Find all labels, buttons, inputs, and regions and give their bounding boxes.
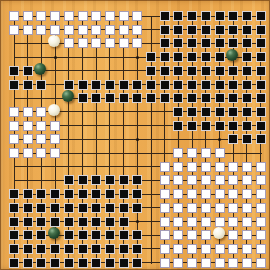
black-territory-marker[interactable] <box>242 134 252 144</box>
black-territory-marker[interactable] <box>105 244 115 254</box>
white-territory-marker[interactable] <box>173 217 183 227</box>
black-territory-marker[interactable] <box>173 52 183 62</box>
black-territory-marker[interactable] <box>132 258 142 268</box>
black-territory-marker[interactable] <box>23 189 33 199</box>
black-territory-marker[interactable] <box>23 217 33 227</box>
black-territory-marker[interactable] <box>64 244 74 254</box>
white-territory-marker[interactable] <box>242 258 252 268</box>
white-territory-marker[interactable] <box>242 162 252 172</box>
white-territory-marker[interactable] <box>119 38 129 48</box>
black-territory-marker[interactable] <box>132 80 142 90</box>
white-territory-marker[interactable] <box>187 162 197 172</box>
white-territory-marker[interactable] <box>215 189 225 199</box>
white-territory-marker[interactable] <box>173 148 183 158</box>
black-territory-marker[interactable] <box>256 25 266 35</box>
white-territory-marker[interactable] <box>256 217 266 227</box>
black-territory-marker[interactable] <box>215 66 225 76</box>
white-territory-marker[interactable] <box>242 189 252 199</box>
black-territory-marker[interactable] <box>119 258 129 268</box>
white-territory-marker[interactable] <box>160 217 170 227</box>
black-territory-marker[interactable] <box>91 244 101 254</box>
white-territory-marker[interactable] <box>23 25 33 35</box>
white-territory-marker[interactable] <box>201 203 211 213</box>
black-territory-marker[interactable] <box>201 11 211 21</box>
black-stone[interactable] <box>34 63 46 75</box>
white-territory-marker[interactable] <box>228 244 238 254</box>
white-territory-marker[interactable] <box>23 107 33 117</box>
black-territory-marker[interactable] <box>187 66 197 76</box>
white-territory-marker[interactable] <box>201 258 211 268</box>
black-territory-marker[interactable] <box>173 107 183 117</box>
black-territory-marker[interactable] <box>228 134 238 144</box>
white-territory-marker[interactable] <box>256 203 266 213</box>
black-territory-marker[interactable] <box>256 107 266 117</box>
black-territory-marker[interactable] <box>242 93 252 103</box>
white-territory-marker[interactable] <box>36 11 46 21</box>
black-territory-marker[interactable] <box>201 66 211 76</box>
white-territory-marker[interactable] <box>201 162 211 172</box>
black-territory-marker[interactable] <box>132 93 142 103</box>
white-territory-marker[interactable] <box>187 189 197 199</box>
black-territory-marker[interactable] <box>173 93 183 103</box>
black-territory-marker[interactable] <box>132 175 142 185</box>
white-territory-marker[interactable] <box>201 175 211 185</box>
black-territory-marker[interactable] <box>256 38 266 48</box>
white-territory-marker[interactable] <box>173 175 183 185</box>
white-territory-marker[interactable] <box>256 162 266 172</box>
black-territory-marker[interactable] <box>36 189 46 199</box>
white-territory-marker[interactable] <box>228 217 238 227</box>
white-territory-marker[interactable] <box>91 25 101 35</box>
black-territory-marker[interactable] <box>119 230 129 240</box>
black-territory-marker[interactable] <box>91 175 101 185</box>
black-stone[interactable] <box>48 227 60 239</box>
white-territory-marker[interactable] <box>9 134 19 144</box>
black-territory-marker[interactable] <box>187 11 197 21</box>
black-territory-marker[interactable] <box>201 93 211 103</box>
white-territory-marker[interactable] <box>160 230 170 240</box>
black-territory-marker[interactable] <box>256 121 266 131</box>
black-territory-marker[interactable] <box>78 217 88 227</box>
white-territory-marker[interactable] <box>50 11 60 21</box>
white-territory-marker[interactable] <box>23 121 33 131</box>
black-territory-marker[interactable] <box>78 258 88 268</box>
black-territory-marker[interactable] <box>256 52 266 62</box>
white-territory-marker[interactable] <box>160 244 170 254</box>
go-board[interactable] <box>0 0 270 270</box>
black-territory-marker[interactable] <box>215 11 225 21</box>
black-territory-marker[interactable] <box>187 38 197 48</box>
black-territory-marker[interactable] <box>119 80 129 90</box>
white-territory-marker[interactable] <box>132 38 142 48</box>
black-territory-marker[interactable] <box>160 11 170 21</box>
black-territory-marker[interactable] <box>215 80 225 90</box>
black-territory-marker[interactable] <box>64 217 74 227</box>
black-territory-marker[interactable] <box>105 203 115 213</box>
black-territory-marker[interactable] <box>105 175 115 185</box>
black-territory-marker[interactable] <box>105 258 115 268</box>
black-territory-marker[interactable] <box>187 25 197 35</box>
white-territory-marker[interactable] <box>242 230 252 240</box>
black-territory-marker[interactable] <box>215 121 225 131</box>
black-territory-marker[interactable] <box>9 217 19 227</box>
white-territory-marker[interactable] <box>215 203 225 213</box>
white-stone[interactable] <box>48 35 60 47</box>
white-territory-marker[interactable] <box>201 217 211 227</box>
black-territory-marker[interactable] <box>256 66 266 76</box>
black-territory-marker[interactable] <box>64 203 74 213</box>
black-territory-marker[interactable] <box>242 107 252 117</box>
black-territory-marker[interactable] <box>242 38 252 48</box>
black-territory-marker[interactable] <box>78 189 88 199</box>
black-territory-marker[interactable] <box>215 25 225 35</box>
black-territory-marker[interactable] <box>160 25 170 35</box>
white-territory-marker[interactable] <box>187 203 197 213</box>
white-territory-marker[interactable] <box>105 25 115 35</box>
white-territory-marker[interactable] <box>160 175 170 185</box>
white-territory-marker[interactable] <box>160 203 170 213</box>
white-territory-marker[interactable] <box>160 189 170 199</box>
black-territory-marker[interactable] <box>23 203 33 213</box>
black-territory-marker[interactable] <box>228 121 238 131</box>
black-territory-marker[interactable] <box>228 107 238 117</box>
black-territory-marker[interactable] <box>64 80 74 90</box>
black-territory-marker[interactable] <box>36 80 46 90</box>
white-territory-marker[interactable] <box>201 189 211 199</box>
black-territory-marker[interactable] <box>146 52 156 62</box>
white-territory-marker[interactable] <box>242 203 252 213</box>
black-territory-marker[interactable] <box>9 66 19 76</box>
hoshi-star-point <box>136 220 139 223</box>
white-territory-marker[interactable] <box>173 203 183 213</box>
white-territory-marker[interactable] <box>9 11 19 21</box>
black-territory-marker[interactable] <box>105 80 115 90</box>
black-territory-marker[interactable] <box>173 80 183 90</box>
white-territory-marker[interactable] <box>215 175 225 185</box>
white-territory-marker[interactable] <box>242 244 252 254</box>
black-territory-marker[interactable] <box>173 11 183 21</box>
black-territory-marker[interactable] <box>91 189 101 199</box>
white-territory-marker[interactable] <box>23 134 33 144</box>
white-territory-marker[interactable] <box>201 148 211 158</box>
black-territory-marker[interactable] <box>9 230 19 240</box>
white-territory-marker[interactable] <box>215 258 225 268</box>
white-territory-marker[interactable] <box>201 230 211 240</box>
white-territory-marker[interactable] <box>160 258 170 268</box>
white-territory-marker[interactable] <box>173 230 183 240</box>
black-territory-marker[interactable] <box>91 93 101 103</box>
white-territory-marker[interactable] <box>132 11 142 21</box>
white-territory-marker[interactable] <box>91 11 101 21</box>
black-territory-marker[interactable] <box>36 244 46 254</box>
black-territory-marker[interactable] <box>215 93 225 103</box>
black-territory-marker[interactable] <box>119 93 129 103</box>
black-territory-marker[interactable] <box>91 80 101 90</box>
black-territory-marker[interactable] <box>23 244 33 254</box>
black-territory-marker[interactable] <box>242 11 252 21</box>
white-territory-marker[interactable] <box>256 189 266 199</box>
white-territory-marker[interactable] <box>105 38 115 48</box>
white-territory-marker[interactable] <box>78 11 88 21</box>
black-territory-marker[interactable] <box>9 80 19 90</box>
white-territory-marker[interactable] <box>50 134 60 144</box>
white-territory-marker[interactable] <box>132 25 142 35</box>
black-stone[interactable] <box>226 49 238 61</box>
black-territory-marker[interactable] <box>119 203 129 213</box>
black-territory-marker[interactable] <box>256 11 266 21</box>
black-territory-marker[interactable] <box>78 93 88 103</box>
white-territory-marker[interactable] <box>36 121 46 131</box>
white-territory-marker[interactable] <box>215 148 225 158</box>
white-territory-marker[interactable] <box>160 162 170 172</box>
black-territory-marker[interactable] <box>228 80 238 90</box>
white-territory-marker[interactable] <box>187 244 197 254</box>
white-territory-marker[interactable] <box>173 258 183 268</box>
white-territory-marker[interactable] <box>119 11 129 21</box>
black-territory-marker[interactable] <box>228 38 238 48</box>
black-territory-marker[interactable] <box>160 66 170 76</box>
white-territory-marker[interactable] <box>23 11 33 21</box>
white-territory-marker[interactable] <box>91 38 101 48</box>
white-territory-marker[interactable] <box>228 189 238 199</box>
black-territory-marker[interactable] <box>78 175 88 185</box>
white-territory-marker[interactable] <box>9 121 19 131</box>
white-territory-marker[interactable] <box>187 258 197 268</box>
black-territory-marker[interactable] <box>228 66 238 76</box>
black-territory-marker[interactable] <box>228 93 238 103</box>
black-territory-marker[interactable] <box>64 230 74 240</box>
black-territory-marker[interactable] <box>242 80 252 90</box>
black-territory-marker[interactable] <box>256 134 266 144</box>
black-territory-marker[interactable] <box>105 93 115 103</box>
black-territory-marker[interactable] <box>119 189 129 199</box>
white-territory-marker[interactable] <box>187 148 197 158</box>
black-territory-marker[interactable] <box>64 189 74 199</box>
black-territory-marker[interactable] <box>187 80 197 90</box>
white-territory-marker[interactable] <box>256 230 266 240</box>
black-stone[interactable] <box>62 90 74 102</box>
white-stone[interactable] <box>213 227 225 239</box>
black-territory-marker[interactable] <box>173 66 183 76</box>
white-territory-marker[interactable] <box>9 107 19 117</box>
black-territory-marker[interactable] <box>201 25 211 35</box>
white-stone[interactable] <box>48 104 60 116</box>
black-territory-marker[interactable] <box>187 121 197 131</box>
black-territory-marker[interactable] <box>160 80 170 90</box>
white-territory-marker[interactable] <box>215 244 225 254</box>
black-territory-marker[interactable] <box>146 66 156 76</box>
black-territory-marker[interactable] <box>64 175 74 185</box>
white-territory-marker[interactable] <box>201 244 211 254</box>
white-territory-marker[interactable] <box>36 107 46 117</box>
black-territory-marker[interactable] <box>91 217 101 227</box>
white-territory-marker[interactable] <box>256 175 266 185</box>
black-territory-marker[interactable] <box>242 52 252 62</box>
black-territory-marker[interactable] <box>201 38 211 48</box>
white-territory-marker[interactable] <box>187 230 197 240</box>
black-territory-marker[interactable] <box>64 258 74 268</box>
black-territory-marker[interactable] <box>91 203 101 213</box>
black-territory-marker[interactable] <box>9 189 19 199</box>
white-territory-marker[interactable] <box>256 258 266 268</box>
white-territory-marker[interactable] <box>173 162 183 172</box>
white-territory-marker[interactable] <box>64 25 74 35</box>
white-territory-marker[interactable] <box>64 38 74 48</box>
white-territory-marker[interactable] <box>78 38 88 48</box>
black-territory-marker[interactable] <box>132 203 142 213</box>
white-territory-marker[interactable] <box>228 230 238 240</box>
white-territory-marker[interactable] <box>105 11 115 21</box>
white-territory-marker[interactable] <box>242 217 252 227</box>
black-territory-marker[interactable] <box>146 80 156 90</box>
black-territory-marker[interactable] <box>119 175 129 185</box>
white-territory-marker[interactable] <box>50 121 60 131</box>
black-territory-marker[interactable] <box>173 25 183 35</box>
white-territory-marker[interactable] <box>242 175 252 185</box>
black-territory-marker[interactable] <box>215 107 225 117</box>
black-territory-marker[interactable] <box>50 217 60 227</box>
white-territory-marker[interactable] <box>64 11 74 21</box>
white-territory-marker[interactable] <box>215 217 225 227</box>
black-territory-marker[interactable] <box>9 203 19 213</box>
black-territory-marker[interactable] <box>9 244 19 254</box>
black-territory-marker[interactable] <box>173 38 183 48</box>
hoshi-star-point <box>54 56 57 59</box>
white-territory-marker[interactable] <box>228 203 238 213</box>
hoshi-star-point <box>136 56 139 59</box>
black-territory-marker[interactable] <box>78 203 88 213</box>
black-territory-marker[interactable] <box>187 107 197 117</box>
white-territory-marker[interactable] <box>187 175 197 185</box>
black-territory-marker[interactable] <box>105 217 115 227</box>
black-territory-marker[interactable] <box>23 66 33 76</box>
black-territory-marker[interactable] <box>228 25 238 35</box>
white-territory-marker[interactable] <box>36 25 46 35</box>
black-territory-marker[interactable] <box>146 93 156 103</box>
hoshi-star-point <box>218 138 221 141</box>
black-territory-marker[interactable] <box>50 203 60 213</box>
black-territory-marker[interactable] <box>105 230 115 240</box>
black-territory-marker[interactable] <box>187 93 197 103</box>
black-territory-marker[interactable] <box>36 203 46 213</box>
white-territory-marker[interactable] <box>9 148 19 158</box>
white-territory-marker[interactable] <box>78 25 88 35</box>
black-territory-marker[interactable] <box>215 52 225 62</box>
black-territory-marker[interactable] <box>201 52 211 62</box>
black-territory-marker[interactable] <box>242 25 252 35</box>
black-territory-marker[interactable] <box>36 258 46 268</box>
black-territory-marker[interactable] <box>78 244 88 254</box>
white-territory-marker[interactable] <box>256 244 266 254</box>
black-territory-marker[interactable] <box>160 93 170 103</box>
black-territory-marker[interactable] <box>105 189 115 199</box>
white-territory-marker[interactable] <box>173 244 183 254</box>
black-territory-marker[interactable] <box>132 230 142 240</box>
white-territory-marker[interactable] <box>187 217 197 227</box>
white-territory-marker[interactable] <box>50 148 60 158</box>
black-territory-marker[interactable] <box>201 80 211 90</box>
black-territory-marker[interactable] <box>160 38 170 48</box>
black-territory-marker[interactable] <box>160 52 170 62</box>
black-territory-marker[interactable] <box>50 244 60 254</box>
black-territory-marker[interactable] <box>91 230 101 240</box>
white-territory-marker[interactable] <box>23 148 33 158</box>
white-territory-marker[interactable] <box>36 148 46 158</box>
black-territory-marker[interactable] <box>228 11 238 21</box>
black-territory-marker[interactable] <box>256 80 266 90</box>
white-territory-marker[interactable] <box>9 25 19 35</box>
white-territory-marker[interactable] <box>50 25 60 35</box>
black-territory-marker[interactable] <box>9 258 19 268</box>
black-territory-marker[interactable] <box>201 107 211 117</box>
black-territory-marker[interactable] <box>242 66 252 76</box>
black-territory-marker[interactable] <box>23 80 33 90</box>
black-territory-marker[interactable] <box>78 230 88 240</box>
black-territory-marker[interactable] <box>132 189 142 199</box>
black-territory-marker[interactable] <box>119 217 129 227</box>
hoshi-star-point <box>136 138 139 141</box>
black-territory-marker[interactable] <box>187 52 197 62</box>
black-territory-marker[interactable] <box>50 189 60 199</box>
black-territory-marker[interactable] <box>215 38 225 48</box>
black-territory-marker[interactable] <box>50 258 60 268</box>
black-territory-marker[interactable] <box>36 230 46 240</box>
black-territory-marker[interactable] <box>23 230 33 240</box>
white-territory-marker[interactable] <box>228 258 238 268</box>
black-territory-marker[interactable] <box>119 244 129 254</box>
white-territory-marker[interactable] <box>228 175 238 185</box>
black-territory-marker[interactable] <box>256 93 266 103</box>
black-territory-marker[interactable] <box>201 121 211 131</box>
white-territory-marker[interactable] <box>119 25 129 35</box>
black-territory-marker[interactable] <box>78 80 88 90</box>
black-territory-marker[interactable] <box>36 217 46 227</box>
black-territory-marker[interactable] <box>132 244 142 254</box>
black-territory-marker[interactable] <box>242 121 252 131</box>
black-territory-marker[interactable] <box>23 258 33 268</box>
white-territory-marker[interactable] <box>173 189 183 199</box>
white-territory-marker[interactable] <box>215 162 225 172</box>
white-territory-marker[interactable] <box>228 162 238 172</box>
black-territory-marker[interactable] <box>173 121 183 131</box>
black-territory-marker[interactable] <box>91 258 101 268</box>
white-territory-marker[interactable] <box>36 134 46 144</box>
